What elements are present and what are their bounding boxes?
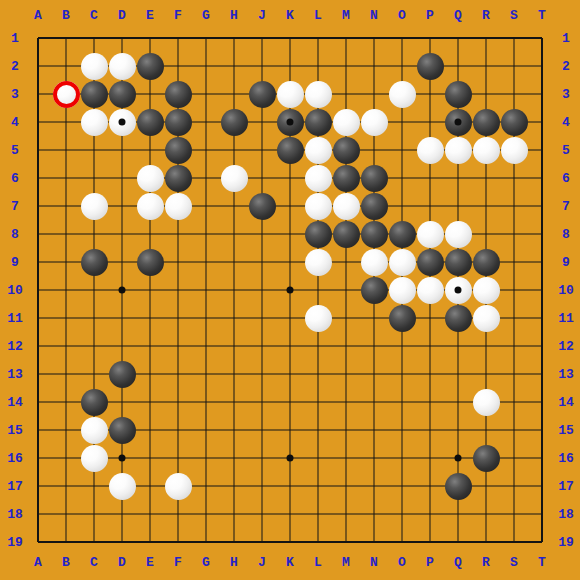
intersection-L1[interactable] — [304, 24, 332, 52]
intersection-R4[interactable] — [472, 108, 500, 136]
intersection-G1[interactable] — [192, 24, 220, 52]
intersection-F4[interactable] — [164, 108, 192, 136]
intersection-M16[interactable] — [332, 444, 360, 472]
intersection-A13[interactable] — [24, 360, 52, 388]
intersection-A9[interactable] — [24, 248, 52, 276]
intersection-E10[interactable] — [136, 276, 164, 304]
intersection-S2[interactable] — [500, 52, 528, 80]
intersection-F11[interactable] — [164, 304, 192, 332]
intersection-O17[interactable] — [388, 472, 416, 500]
intersection-Q3[interactable] — [444, 80, 472, 108]
intersection-G17[interactable] — [192, 472, 220, 500]
intersection-T3[interactable] — [528, 80, 556, 108]
intersection-T12[interactable] — [528, 332, 556, 360]
intersection-N4[interactable] — [360, 108, 388, 136]
intersection-D3[interactable] — [108, 80, 136, 108]
intersection-M5[interactable] — [332, 136, 360, 164]
intersection-P16[interactable] — [416, 444, 444, 472]
intersection-Q6[interactable] — [444, 164, 472, 192]
intersection-M17[interactable] — [332, 472, 360, 500]
intersection-J18[interactable] — [248, 500, 276, 528]
intersection-B3[interactable] — [52, 80, 80, 108]
intersection-B7[interactable] — [52, 192, 80, 220]
intersection-J14[interactable] — [248, 388, 276, 416]
intersection-G13[interactable] — [192, 360, 220, 388]
intersection-P13[interactable] — [416, 360, 444, 388]
intersection-J6[interactable] — [248, 164, 276, 192]
intersection-J19[interactable] — [248, 528, 276, 556]
intersection-G18[interactable] — [192, 500, 220, 528]
intersection-G15[interactable] — [192, 416, 220, 444]
intersection-P10[interactable] — [416, 276, 444, 304]
intersection-R16[interactable] — [472, 444, 500, 472]
intersection-M12[interactable] — [332, 332, 360, 360]
intersection-A19[interactable] — [24, 528, 52, 556]
intersection-T4[interactable] — [528, 108, 556, 136]
intersection-J16[interactable] — [248, 444, 276, 472]
intersection-E12[interactable] — [136, 332, 164, 360]
intersection-E13[interactable] — [136, 360, 164, 388]
intersection-L10[interactable] — [304, 276, 332, 304]
intersection-N19[interactable] — [360, 528, 388, 556]
intersection-T13[interactable] — [528, 360, 556, 388]
intersection-B17[interactable] — [52, 472, 80, 500]
intersection-L6[interactable] — [304, 164, 332, 192]
intersection-R12[interactable] — [472, 332, 500, 360]
intersection-A2[interactable] — [24, 52, 52, 80]
intersection-T7[interactable] — [528, 192, 556, 220]
intersection-A8[interactable] — [24, 220, 52, 248]
intersection-C8[interactable] — [80, 220, 108, 248]
intersection-N15[interactable] — [360, 416, 388, 444]
intersection-D2[interactable] — [108, 52, 136, 80]
intersection-D13[interactable] — [108, 360, 136, 388]
intersection-M4[interactable] — [332, 108, 360, 136]
intersection-H4[interactable] — [220, 108, 248, 136]
intersection-S11[interactable] — [500, 304, 528, 332]
intersection-R9[interactable] — [472, 248, 500, 276]
intersection-S18[interactable] — [500, 500, 528, 528]
intersection-A10[interactable] — [24, 276, 52, 304]
intersection-F6[interactable] — [164, 164, 192, 192]
intersection-J8[interactable] — [248, 220, 276, 248]
intersection-R11[interactable] — [472, 304, 500, 332]
intersection-Q18[interactable] — [444, 500, 472, 528]
intersection-Q14[interactable] — [444, 388, 472, 416]
intersection-S8[interactable] — [500, 220, 528, 248]
intersection-N14[interactable] — [360, 388, 388, 416]
intersection-Q7[interactable] — [444, 192, 472, 220]
intersection-C1[interactable] — [80, 24, 108, 52]
intersection-K11[interactable] — [276, 304, 304, 332]
intersection-C7[interactable] — [80, 192, 108, 220]
intersection-H7[interactable] — [220, 192, 248, 220]
intersection-J17[interactable] — [248, 472, 276, 500]
intersection-A7[interactable] — [24, 192, 52, 220]
intersection-H2[interactable] — [220, 52, 248, 80]
intersection-C11[interactable] — [80, 304, 108, 332]
intersection-D7[interactable] — [108, 192, 136, 220]
intersection-F13[interactable] — [164, 360, 192, 388]
intersection-H8[interactable] — [220, 220, 248, 248]
intersection-H11[interactable] — [220, 304, 248, 332]
intersection-C15[interactable] — [80, 416, 108, 444]
intersection-J9[interactable] — [248, 248, 276, 276]
intersection-O19[interactable] — [388, 528, 416, 556]
intersection-L15[interactable] — [304, 416, 332, 444]
intersection-J1[interactable] — [248, 24, 276, 52]
intersection-R14[interactable] — [472, 388, 500, 416]
intersection-H13[interactable] — [220, 360, 248, 388]
intersection-P5[interactable] — [416, 136, 444, 164]
intersection-K5[interactable] — [276, 136, 304, 164]
intersection-E16[interactable] — [136, 444, 164, 472]
intersection-D17[interactable] — [108, 472, 136, 500]
intersection-S7[interactable] — [500, 192, 528, 220]
intersection-H16[interactable] — [220, 444, 248, 472]
intersection-Q8[interactable] — [444, 220, 472, 248]
intersection-F7[interactable] — [164, 192, 192, 220]
intersection-O10[interactable] — [388, 276, 416, 304]
intersection-A15[interactable] — [24, 416, 52, 444]
intersection-L18[interactable] — [304, 500, 332, 528]
intersection-L17[interactable] — [304, 472, 332, 500]
intersection-R1[interactable] — [472, 24, 500, 52]
intersection-C12[interactable] — [80, 332, 108, 360]
intersection-E5[interactable] — [136, 136, 164, 164]
intersection-D8[interactable] — [108, 220, 136, 248]
intersection-M19[interactable] — [332, 528, 360, 556]
intersection-M10[interactable] — [332, 276, 360, 304]
intersection-H10[interactable] — [220, 276, 248, 304]
intersection-B12[interactable] — [52, 332, 80, 360]
intersection-B1[interactable] — [52, 24, 80, 52]
intersection-D19[interactable] — [108, 528, 136, 556]
intersection-B6[interactable] — [52, 164, 80, 192]
intersection-K2[interactable] — [276, 52, 304, 80]
intersection-S1[interactable] — [500, 24, 528, 52]
intersection-G10[interactable] — [192, 276, 220, 304]
intersection-K3[interactable] — [276, 80, 304, 108]
intersection-S15[interactable] — [500, 416, 528, 444]
intersection-P8[interactable] — [416, 220, 444, 248]
intersection-Q11[interactable] — [444, 304, 472, 332]
intersection-F8[interactable] — [164, 220, 192, 248]
intersection-M8[interactable] — [332, 220, 360, 248]
intersection-Q1[interactable] — [444, 24, 472, 52]
intersection-A3[interactable] — [24, 80, 52, 108]
intersection-Q17[interactable] — [444, 472, 472, 500]
intersection-H1[interactable] — [220, 24, 248, 52]
intersection-K18[interactable] — [276, 500, 304, 528]
intersection-S14[interactable] — [500, 388, 528, 416]
intersection-T5[interactable] — [528, 136, 556, 164]
intersection-R13[interactable] — [472, 360, 500, 388]
intersection-K17[interactable] — [276, 472, 304, 500]
intersection-O7[interactable] — [388, 192, 416, 220]
intersection-D1[interactable] — [108, 24, 136, 52]
intersection-G3[interactable] — [192, 80, 220, 108]
intersection-N7[interactable] — [360, 192, 388, 220]
intersection-J2[interactable] — [248, 52, 276, 80]
intersection-F9[interactable] — [164, 248, 192, 276]
intersection-O5[interactable] — [388, 136, 416, 164]
intersection-D5[interactable] — [108, 136, 136, 164]
intersection-L7[interactable] — [304, 192, 332, 220]
intersection-R18[interactable] — [472, 500, 500, 528]
intersection-D12[interactable] — [108, 332, 136, 360]
intersection-C5[interactable] — [80, 136, 108, 164]
intersection-E7[interactable] — [136, 192, 164, 220]
intersection-F12[interactable] — [164, 332, 192, 360]
intersection-H18[interactable] — [220, 500, 248, 528]
intersection-E19[interactable] — [136, 528, 164, 556]
intersection-L9[interactable] — [304, 248, 332, 276]
intersection-A14[interactable] — [24, 388, 52, 416]
intersection-F16[interactable] — [164, 444, 192, 472]
intersection-T2[interactable] — [528, 52, 556, 80]
intersection-T14[interactable] — [528, 388, 556, 416]
intersection-E1[interactable] — [136, 24, 164, 52]
intersection-M18[interactable] — [332, 500, 360, 528]
intersection-B5[interactable] — [52, 136, 80, 164]
intersection-G6[interactable] — [192, 164, 220, 192]
intersection-P1[interactable] — [416, 24, 444, 52]
intersection-J10[interactable] — [248, 276, 276, 304]
intersection-S10[interactable] — [500, 276, 528, 304]
intersection-C2[interactable] — [80, 52, 108, 80]
intersection-H3[interactable] — [220, 80, 248, 108]
intersection-O2[interactable] — [388, 52, 416, 80]
intersection-O3[interactable] — [388, 80, 416, 108]
intersection-K19[interactable] — [276, 528, 304, 556]
intersection-J5[interactable] — [248, 136, 276, 164]
intersection-J13[interactable] — [248, 360, 276, 388]
intersection-F3[interactable] — [164, 80, 192, 108]
intersection-M9[interactable] — [332, 248, 360, 276]
intersection-P12[interactable] — [416, 332, 444, 360]
intersection-S12[interactable] — [500, 332, 528, 360]
intersection-T6[interactable] — [528, 164, 556, 192]
intersection-C19[interactable] — [80, 528, 108, 556]
intersection-E11[interactable] — [136, 304, 164, 332]
intersection-B2[interactable] — [52, 52, 80, 80]
intersection-T18[interactable] — [528, 500, 556, 528]
intersection-C10[interactable] — [80, 276, 108, 304]
intersection-L19[interactable] — [304, 528, 332, 556]
intersection-T1[interactable] — [528, 24, 556, 52]
intersection-A16[interactable] — [24, 444, 52, 472]
intersection-S16[interactable] — [500, 444, 528, 472]
intersection-F19[interactable] — [164, 528, 192, 556]
intersection-G4[interactable] — [192, 108, 220, 136]
intersection-D11[interactable] — [108, 304, 136, 332]
intersection-M14[interactable] — [332, 388, 360, 416]
intersection-N10[interactable] — [360, 276, 388, 304]
intersection-N16[interactable] — [360, 444, 388, 472]
intersection-H12[interactable] — [220, 332, 248, 360]
intersection-N8[interactable] — [360, 220, 388, 248]
intersection-C9[interactable] — [80, 248, 108, 276]
intersection-T19[interactable] — [528, 528, 556, 556]
intersection-P6[interactable] — [416, 164, 444, 192]
intersection-Q13[interactable] — [444, 360, 472, 388]
intersection-E3[interactable] — [136, 80, 164, 108]
intersection-A4[interactable] — [24, 108, 52, 136]
intersection-R10[interactable] — [472, 276, 500, 304]
intersection-K14[interactable] — [276, 388, 304, 416]
intersection-G14[interactable] — [192, 388, 220, 416]
intersection-N17[interactable] — [360, 472, 388, 500]
intersection-R17[interactable] — [472, 472, 500, 500]
intersection-Q2[interactable] — [444, 52, 472, 80]
intersection-L3[interactable] — [304, 80, 332, 108]
intersection-P14[interactable] — [416, 388, 444, 416]
intersection-P2[interactable] — [416, 52, 444, 80]
intersection-J3[interactable] — [248, 80, 276, 108]
intersection-K15[interactable] — [276, 416, 304, 444]
intersection-H9[interactable] — [220, 248, 248, 276]
intersection-D6[interactable] — [108, 164, 136, 192]
intersection-P3[interactable] — [416, 80, 444, 108]
intersection-T11[interactable] — [528, 304, 556, 332]
intersection-F18[interactable] — [164, 500, 192, 528]
intersection-E18[interactable] — [136, 500, 164, 528]
intersection-M3[interactable] — [332, 80, 360, 108]
intersection-C16[interactable] — [80, 444, 108, 472]
intersection-F5[interactable] — [164, 136, 192, 164]
intersection-H5[interactable] — [220, 136, 248, 164]
intersection-B19[interactable] — [52, 528, 80, 556]
intersection-L16[interactable] — [304, 444, 332, 472]
intersection-G2[interactable] — [192, 52, 220, 80]
intersection-M1[interactable] — [332, 24, 360, 52]
intersection-R8[interactable] — [472, 220, 500, 248]
intersection-A6[interactable] — [24, 164, 52, 192]
intersection-M11[interactable] — [332, 304, 360, 332]
intersection-K1[interactable] — [276, 24, 304, 52]
intersection-Q19[interactable] — [444, 528, 472, 556]
intersection-J4[interactable] — [248, 108, 276, 136]
intersection-E6[interactable] — [136, 164, 164, 192]
intersection-D9[interactable] — [108, 248, 136, 276]
intersection-Q12[interactable] — [444, 332, 472, 360]
intersection-R5[interactable] — [472, 136, 500, 164]
intersection-P7[interactable] — [416, 192, 444, 220]
intersection-T10[interactable] — [528, 276, 556, 304]
intersection-O18[interactable] — [388, 500, 416, 528]
intersection-K6[interactable] — [276, 164, 304, 192]
intersection-L5[interactable] — [304, 136, 332, 164]
intersection-A12[interactable] — [24, 332, 52, 360]
intersection-S5[interactable] — [500, 136, 528, 164]
intersection-B8[interactable] — [52, 220, 80, 248]
intersection-B11[interactable] — [52, 304, 80, 332]
intersection-N1[interactable] — [360, 24, 388, 52]
intersection-L14[interactable] — [304, 388, 332, 416]
intersection-L2[interactable] — [304, 52, 332, 80]
intersection-K7[interactable] — [276, 192, 304, 220]
intersection-P11[interactable] — [416, 304, 444, 332]
intersection-L8[interactable] — [304, 220, 332, 248]
intersection-J15[interactable] — [248, 416, 276, 444]
intersection-M6[interactable] — [332, 164, 360, 192]
intersection-O8[interactable] — [388, 220, 416, 248]
intersection-A18[interactable] — [24, 500, 52, 528]
intersection-R7[interactable] — [472, 192, 500, 220]
intersection-C13[interactable] — [80, 360, 108, 388]
intersection-O1[interactable] — [388, 24, 416, 52]
intersection-T15[interactable] — [528, 416, 556, 444]
intersection-C4[interactable] — [80, 108, 108, 136]
intersection-E17[interactable] — [136, 472, 164, 500]
intersection-F1[interactable] — [164, 24, 192, 52]
intersection-O9[interactable] — [388, 248, 416, 276]
intersection-G9[interactable] — [192, 248, 220, 276]
intersection-R3[interactable] — [472, 80, 500, 108]
intersection-B16[interactable] — [52, 444, 80, 472]
intersection-H15[interactable] — [220, 416, 248, 444]
intersection-N13[interactable] — [360, 360, 388, 388]
intersection-H6[interactable] — [220, 164, 248, 192]
intersection-F15[interactable] — [164, 416, 192, 444]
intersection-E2[interactable] — [136, 52, 164, 80]
intersection-S6[interactable] — [500, 164, 528, 192]
intersection-M15[interactable] — [332, 416, 360, 444]
intersection-T16[interactable] — [528, 444, 556, 472]
intersection-M7[interactable] — [332, 192, 360, 220]
intersection-A17[interactable] — [24, 472, 52, 500]
intersection-O6[interactable] — [388, 164, 416, 192]
intersection-B13[interactable] — [52, 360, 80, 388]
intersection-E4[interactable] — [136, 108, 164, 136]
intersection-M13[interactable] — [332, 360, 360, 388]
intersection-F2[interactable] — [164, 52, 192, 80]
intersection-R19[interactable] — [472, 528, 500, 556]
intersection-E9[interactable] — [136, 248, 164, 276]
intersection-S13[interactable] — [500, 360, 528, 388]
intersection-B10[interactable] — [52, 276, 80, 304]
intersection-P18[interactable] — [416, 500, 444, 528]
intersection-K13[interactable] — [276, 360, 304, 388]
intersection-C14[interactable] — [80, 388, 108, 416]
intersection-B4[interactable] — [52, 108, 80, 136]
intersection-O14[interactable] — [388, 388, 416, 416]
intersection-C6[interactable] — [80, 164, 108, 192]
intersection-O15[interactable] — [388, 416, 416, 444]
intersection-N9[interactable] — [360, 248, 388, 276]
intersection-J7[interactable] — [248, 192, 276, 220]
intersection-S3[interactable] — [500, 80, 528, 108]
intersection-A11[interactable] — [24, 304, 52, 332]
intersection-K12[interactable] — [276, 332, 304, 360]
intersection-B15[interactable] — [52, 416, 80, 444]
intersection-F17[interactable] — [164, 472, 192, 500]
intersection-N6[interactable] — [360, 164, 388, 192]
intersection-L11[interactable] — [304, 304, 332, 332]
intersection-C18[interactable] — [80, 500, 108, 528]
intersection-G11[interactable] — [192, 304, 220, 332]
intersection-T17[interactable] — [528, 472, 556, 500]
intersection-M2[interactable] — [332, 52, 360, 80]
intersection-S17[interactable] — [500, 472, 528, 500]
intersection-F14[interactable] — [164, 388, 192, 416]
intersection-D14[interactable] — [108, 388, 136, 416]
intersection-D18[interactable] — [108, 500, 136, 528]
intersection-N3[interactable] — [360, 80, 388, 108]
intersection-C17[interactable] — [80, 472, 108, 500]
intersection-P15[interactable] — [416, 416, 444, 444]
